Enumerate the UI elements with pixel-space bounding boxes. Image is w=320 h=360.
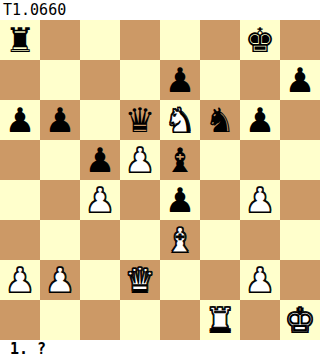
square-f2[interactable] [200,260,240,300]
black-pawn-icon[interactable]: ♟ [85,143,115,177]
square-a2[interactable]: ♟ [0,260,40,300]
black-rook-icon[interactable]: ♜ [5,23,35,57]
square-d4[interactable] [120,180,160,220]
square-c2[interactable] [80,260,120,300]
square-a1[interactable] [0,300,40,340]
square-h3[interactable] [280,220,320,260]
white-king-icon[interactable]: ♚ [285,303,315,337]
white-rook-icon[interactable]: ♜ [205,303,235,337]
white-queen-icon[interactable]: ♛ [125,263,155,297]
square-g4[interactable]: ♟ [240,180,280,220]
square-g8[interactable]: ♚ [240,20,280,60]
square-h1[interactable]: ♚ [280,300,320,340]
black-bishop-icon[interactable]: ♝ [165,143,195,177]
square-b2[interactable]: ♟ [40,260,80,300]
square-g3[interactable] [240,220,280,260]
white-bishop-icon[interactable]: ♝ [165,223,195,257]
square-h5[interactable] [280,140,320,180]
square-e1[interactable] [160,300,200,340]
square-g1[interactable] [240,300,280,340]
square-b8[interactable] [40,20,80,60]
square-d2[interactable]: ♛ [120,260,160,300]
square-c3[interactable] [80,220,120,260]
square-f5[interactable] [200,140,240,180]
puzzle-title: T1.0660 [3,1,66,19]
white-pawn-icon[interactable]: ♟ [5,263,35,297]
square-g2[interactable]: ♟ [240,260,280,300]
black-pawn-icon[interactable]: ♟ [5,103,35,137]
square-b7[interactable] [40,60,80,100]
white-pawn-icon[interactable]: ♟ [45,263,75,297]
black-pawn-icon[interactable]: ♟ [285,63,315,97]
square-e7[interactable]: ♟ [160,60,200,100]
square-a4[interactable] [0,180,40,220]
square-c4[interactable]: ♟ [80,180,120,220]
square-d5[interactable]: ♟ [120,140,160,180]
move-prompt: 1. ? [10,340,46,359]
square-g6[interactable]: ♟ [240,100,280,140]
white-pawn-icon[interactable]: ♟ [245,263,275,297]
square-f8[interactable] [200,20,240,60]
square-b4[interactable] [40,180,80,220]
square-b6[interactable]: ♟ [40,100,80,140]
black-pawn-icon[interactable]: ♟ [245,103,275,137]
white-pawn-icon[interactable]: ♟ [85,183,115,217]
square-c6[interactable] [80,100,120,140]
square-h6[interactable] [280,100,320,140]
black-knight-icon[interactable]: ♞ [205,103,235,137]
square-f4[interactable] [200,180,240,220]
square-e3[interactable]: ♝ [160,220,200,260]
chess-board: ♜♚♟♟♟♟♛♞♞♟♟♟♝♟♟♟♝♟♟♛♟♜♚ [0,20,320,340]
square-h2[interactable] [280,260,320,300]
square-b5[interactable] [40,140,80,180]
black-king-icon[interactable]: ♚ [245,23,275,57]
chess-puzzle-app: T1.0660 ♜♚♟♟♟♟♛♞♞♟♟♟♝♟♟♟♝♟♟♛♟♜♚ 1. ? [0,0,320,360]
square-f7[interactable] [200,60,240,100]
square-d8[interactable] [120,20,160,60]
black-queen-icon[interactable]: ♛ [125,103,155,137]
square-b1[interactable] [40,300,80,340]
white-knight-icon[interactable]: ♞ [165,103,195,137]
square-c5[interactable]: ♟ [80,140,120,180]
square-f3[interactable] [200,220,240,260]
square-a8[interactable]: ♜ [0,20,40,60]
black-pawn-icon[interactable]: ♟ [165,183,195,217]
square-h8[interactable] [280,20,320,60]
square-b3[interactable] [40,220,80,260]
square-a7[interactable] [0,60,40,100]
square-d3[interactable] [120,220,160,260]
square-h7[interactable]: ♟ [280,60,320,100]
square-e4[interactable]: ♟ [160,180,200,220]
square-e8[interactable] [160,20,200,60]
square-f6[interactable]: ♞ [200,100,240,140]
square-e2[interactable] [160,260,200,300]
square-g5[interactable] [240,140,280,180]
square-d1[interactable] [120,300,160,340]
square-e5[interactable]: ♝ [160,140,200,180]
square-g7[interactable] [240,60,280,100]
square-h4[interactable] [280,180,320,220]
square-d7[interactable] [120,60,160,100]
black-pawn-icon[interactable]: ♟ [165,63,195,97]
square-d6[interactable]: ♛ [120,100,160,140]
white-pawn-icon[interactable]: ♟ [245,183,275,217]
square-c1[interactable] [80,300,120,340]
square-a3[interactable] [0,220,40,260]
square-c8[interactable] [80,20,120,60]
square-f1[interactable]: ♜ [200,300,240,340]
square-a6[interactable]: ♟ [0,100,40,140]
square-a5[interactable] [0,140,40,180]
square-c7[interactable] [80,60,120,100]
white-pawn-icon[interactable]: ♟ [125,143,155,177]
square-e6[interactable]: ♞ [160,100,200,140]
black-pawn-icon[interactable]: ♟ [45,103,75,137]
